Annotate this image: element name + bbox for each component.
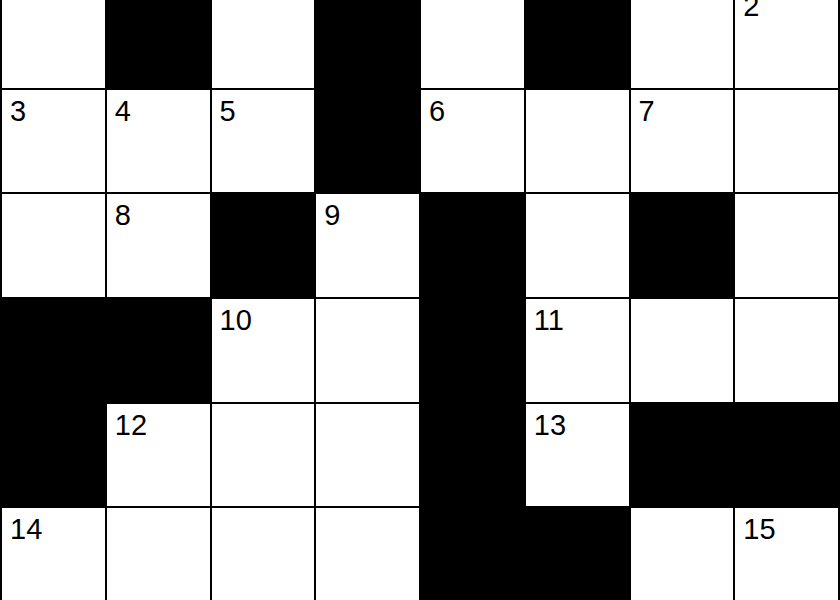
- cell-r3c8[interactable]: [735, 194, 838, 297]
- cell-r2c2[interactable]: 4: [107, 90, 210, 193]
- black-cell-r4c5: [421, 299, 524, 402]
- cell-r5c4[interactable]: [316, 404, 419, 507]
- cell-r6c4[interactable]: [316, 508, 419, 600]
- cell-r6c2[interactable]: [107, 508, 210, 600]
- clue-number: 9: [324, 201, 340, 230]
- black-cell-r6c5: [421, 508, 524, 600]
- black-cell-r1c4: [316, 0, 419, 88]
- black-cell-r5c8: [735, 404, 838, 507]
- black-cell-r4c1: [2, 299, 105, 402]
- cell-r5c2[interactable]: 12: [107, 404, 210, 507]
- black-cell-r5c7: [631, 404, 734, 507]
- cell-r4c4[interactable]: [316, 299, 419, 402]
- cell-r2c8[interactable]: [735, 90, 838, 193]
- black-cell-r4c2: [107, 299, 210, 402]
- cell-r4c8[interactable]: [735, 299, 838, 402]
- cell-r1c7[interactable]: [631, 0, 734, 88]
- black-cell-r6c6: [526, 508, 629, 600]
- cell-r3c6[interactable]: [526, 194, 629, 297]
- clue-number: 5: [220, 97, 236, 126]
- black-cell-r5c5: [421, 404, 524, 507]
- cell-r2c7[interactable]: 7: [631, 90, 734, 193]
- crossword-board: 23456789101112131415: [0, 0, 840, 600]
- cell-r2c5[interactable]: 6: [421, 90, 524, 193]
- cell-r4c6[interactable]: 11: [526, 299, 629, 402]
- cell-r3c1[interactable]: [2, 194, 105, 297]
- clue-number: 13: [534, 411, 566, 440]
- clue-number: 3: [10, 97, 26, 126]
- black-cell-r3c5: [421, 194, 524, 297]
- black-cell-r1c6: [526, 0, 629, 88]
- clue-number: 10: [220, 306, 252, 335]
- cell-r1c1[interactable]: [2, 0, 105, 88]
- cell-r1c3[interactable]: [212, 0, 315, 88]
- clue-number: 2: [743, 0, 759, 21]
- cell-r6c8[interactable]: 15: [735, 508, 838, 600]
- cell-r3c2[interactable]: 8: [107, 194, 210, 297]
- clue-number: 4: [115, 97, 131, 126]
- black-cell-r3c3: [212, 194, 315, 297]
- clue-number: 8: [115, 201, 131, 230]
- cell-r5c3[interactable]: [212, 404, 315, 507]
- black-cell-r3c7: [631, 194, 734, 297]
- clue-number: 14: [10, 515, 42, 544]
- black-cell-r5c1: [2, 404, 105, 507]
- cell-r2c6[interactable]: [526, 90, 629, 193]
- cell-r3c4[interactable]: 9: [316, 194, 419, 297]
- clue-number: 15: [743, 515, 775, 544]
- cell-r6c3[interactable]: [212, 508, 315, 600]
- clue-number: 11: [534, 306, 564, 335]
- cell-r6c1[interactable]: 14: [2, 508, 105, 600]
- clue-number: 6: [429, 97, 445, 126]
- cell-r2c1[interactable]: 3: [2, 90, 105, 193]
- black-cell-r2c4: [316, 90, 419, 193]
- cell-r4c3[interactable]: 10: [212, 299, 315, 402]
- clue-number: 12: [115, 411, 147, 440]
- crossword-viewport: 23456789101112131415: [0, 0, 840, 600]
- clue-number: 7: [639, 97, 655, 126]
- cell-r4c7[interactable]: [631, 299, 734, 402]
- cell-r1c5[interactable]: [421, 0, 524, 88]
- cell-r1c8[interactable]: 2: [735, 0, 838, 88]
- cell-r2c3[interactable]: 5: [212, 90, 315, 193]
- cell-r5c6[interactable]: 13: [526, 404, 629, 507]
- cell-r6c7[interactable]: [631, 508, 734, 600]
- black-cell-r1c2: [107, 0, 210, 88]
